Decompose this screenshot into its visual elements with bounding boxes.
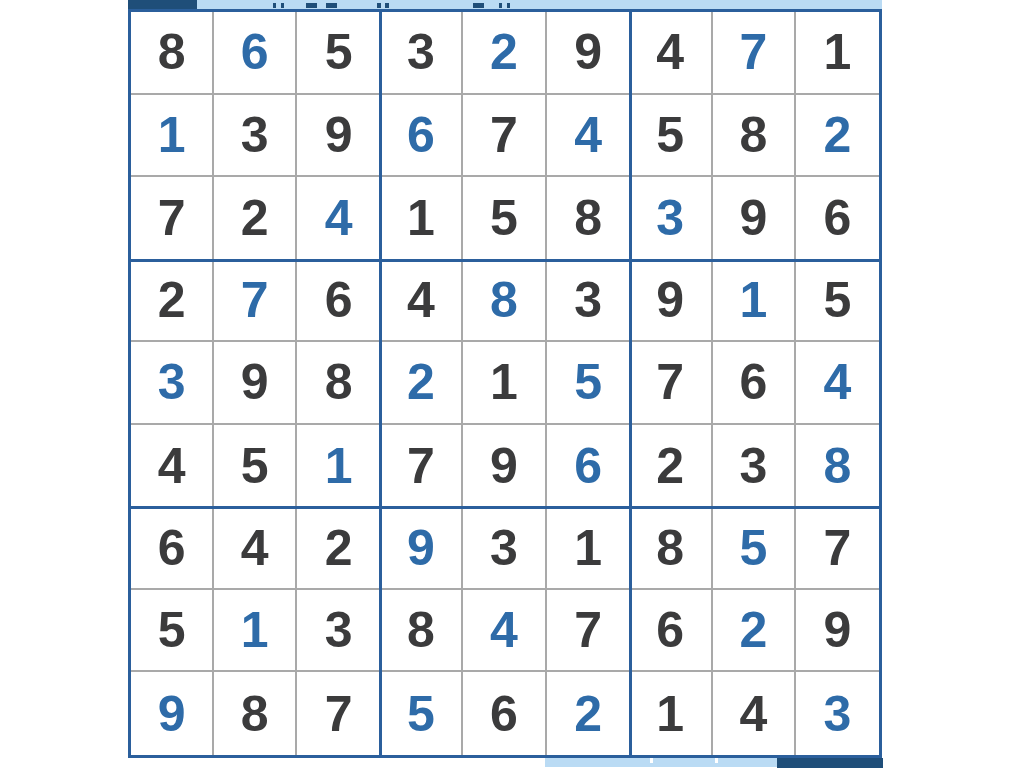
cell-r1c2[interactable]: 6: [214, 12, 297, 95]
cell-r3c1[interactable]: 7: [131, 177, 214, 260]
given-digit: 5: [490, 193, 518, 243]
bottom-strip-notch: [650, 758, 653, 763]
cell-r5c6[interactable]: 5: [547, 342, 630, 425]
given-digit: 9: [325, 110, 353, 160]
sudoku-board: 8653294711396745827241583962764839153982…: [128, 9, 882, 758]
given-digit: 5: [158, 605, 186, 655]
top-strip-fragment: [281, 3, 284, 8]
cropped-bottom-ui-strip: [545, 758, 883, 767]
cell-r4c8[interactable]: 1: [713, 260, 796, 343]
cell-r1c5[interactable]: 2: [463, 12, 546, 95]
given-digit: 1: [490, 357, 518, 407]
cell-r3c3[interactable]: 4: [297, 177, 380, 260]
cell-r9c1[interactable]: 9: [131, 672, 214, 755]
cell-r3c5[interactable]: 5: [463, 177, 546, 260]
given-digit: 1: [656, 689, 684, 739]
given-digit: 7: [325, 689, 353, 739]
solved-digit: 4: [824, 357, 852, 407]
cell-r1c9[interactable]: 1: [796, 12, 879, 95]
cell-r4c1[interactable]: 2: [131, 260, 214, 343]
given-digit: 7: [407, 441, 435, 491]
given-digit: 8: [241, 689, 269, 739]
solved-digit: 6: [407, 110, 435, 160]
cell-r5c3[interactable]: 8: [297, 342, 380, 425]
given-digit: 3: [407, 27, 435, 77]
cell-r4c5[interactable]: 8: [463, 260, 546, 343]
cell-r5c7[interactable]: 7: [630, 342, 713, 425]
cell-r6c7[interactable]: 2: [630, 425, 713, 508]
top-strip-fragment: [273, 3, 276, 8]
given-digit: 9: [490, 441, 518, 491]
cell-r8c5[interactable]: 4: [463, 590, 546, 673]
cell-r3c2[interactable]: 2: [214, 177, 297, 260]
solved-digit: 7: [241, 275, 269, 325]
given-digit: 8: [739, 110, 767, 160]
given-digit: 3: [574, 275, 602, 325]
cell-r4c7[interactable]: 9: [630, 260, 713, 343]
cell-r3c7[interactable]: 3: [630, 177, 713, 260]
given-digit: 5: [241, 441, 269, 491]
solved-digit: 4: [325, 193, 353, 243]
cell-r1c6[interactable]: 9: [547, 12, 630, 95]
cell-r1c1[interactable]: 8: [131, 12, 214, 95]
solved-digit: 9: [407, 523, 435, 573]
solved-digit: 1: [325, 441, 353, 491]
cell-r5c5[interactable]: 1: [463, 342, 546, 425]
cell-r9c3[interactable]: 7: [297, 672, 380, 755]
cell-r7c6[interactable]: 1: [547, 507, 630, 590]
cell-r2c9[interactable]: 2: [796, 95, 879, 178]
given-digit: 4: [241, 523, 269, 573]
top-strip-fragment: [385, 3, 389, 8]
given-digit: 1: [824, 27, 852, 77]
cell-r2c7[interactable]: 5: [630, 95, 713, 178]
cell-r7c3[interactable]: 2: [297, 507, 380, 590]
cell-r9c2[interactable]: 8: [214, 672, 297, 755]
cell-r9c6[interactable]: 2: [547, 672, 630, 755]
top-strip-dark-segment: [128, 0, 197, 9]
given-digit: 6: [490, 689, 518, 739]
cell-r9c5[interactable]: 6: [463, 672, 546, 755]
given-digit: 2: [325, 523, 353, 573]
cell-r2c8[interactable]: 8: [713, 95, 796, 178]
cell-r9c9[interactable]: 3: [796, 672, 879, 755]
cell-r4c2[interactable]: 7: [214, 260, 297, 343]
solved-digit: 3: [824, 689, 852, 739]
cell-r6c8[interactable]: 3: [713, 425, 796, 508]
bottom-strip-notch: [715, 758, 718, 763]
given-digit: 4: [407, 275, 435, 325]
given-digit: 8: [574, 193, 602, 243]
cell-r8c4[interactable]: 8: [380, 590, 463, 673]
solved-digit: 8: [490, 275, 518, 325]
given-digit: 6: [824, 193, 852, 243]
cell-r2c3[interactable]: 9: [297, 95, 380, 178]
given-digit: 6: [656, 605, 684, 655]
solved-digit: 4: [490, 605, 518, 655]
box-divider-vertical-2: [629, 12, 632, 755]
given-digit: 5: [325, 27, 353, 77]
cell-r6c4[interactable]: 7: [380, 425, 463, 508]
cell-r9c8[interactable]: 4: [713, 672, 796, 755]
cell-r4c6[interactable]: 3: [547, 260, 630, 343]
solved-digit: 7: [739, 27, 767, 77]
given-digit: 2: [241, 193, 269, 243]
solved-digit: 3: [656, 193, 684, 243]
given-digit: 2: [158, 275, 186, 325]
cell-r5c2[interactable]: 9: [214, 342, 297, 425]
cell-r8c9[interactable]: 9: [796, 590, 879, 673]
given-digit: 9: [656, 275, 684, 325]
cell-r4c3[interactable]: 6: [297, 260, 380, 343]
cell-r7c4[interactable]: 9: [380, 507, 463, 590]
solved-digit: 9: [158, 689, 186, 739]
solved-digit: 8: [824, 441, 852, 491]
cell-r1c8[interactable]: 7: [713, 12, 796, 95]
solved-digit: 2: [407, 357, 435, 407]
given-digit: 7: [490, 110, 518, 160]
solved-digit: 2: [739, 605, 767, 655]
cell-r8c8[interactable]: 2: [713, 590, 796, 673]
solved-digit: 6: [574, 441, 602, 491]
cell-r2c5[interactable]: 7: [463, 95, 546, 178]
given-digit: 3: [241, 110, 269, 160]
given-digit: 5: [824, 275, 852, 325]
cell-r8c3[interactable]: 3: [297, 590, 380, 673]
cell-r6c2[interactable]: 5: [214, 425, 297, 508]
given-digit: 2: [656, 441, 684, 491]
bottom-strip-dark-segment: [777, 758, 883, 768]
solved-digit: 5: [407, 689, 435, 739]
given-digit: 1: [574, 523, 602, 573]
solved-digit: 6: [241, 27, 269, 77]
cell-r6c1[interactable]: 4: [131, 425, 214, 508]
given-digit: 9: [824, 605, 852, 655]
cell-r5c9[interactable]: 4: [796, 342, 879, 425]
cell-r7c5[interactable]: 3: [463, 507, 546, 590]
solved-digit: 2: [574, 689, 602, 739]
given-digit: 4: [158, 441, 186, 491]
cell-r1c7[interactable]: 4: [630, 12, 713, 95]
cell-r2c4[interactable]: 6: [380, 95, 463, 178]
solved-digit: 1: [158, 110, 186, 160]
top-strip-fragment: [507, 3, 510, 8]
solved-digit: 3: [158, 357, 186, 407]
cell-r7c1[interactable]: 6: [131, 507, 214, 590]
cell-r2c6[interactable]: 4: [547, 95, 630, 178]
cropped-top-ui-strip: [128, 0, 882, 9]
cell-r9c4[interactable]: 5: [380, 672, 463, 755]
solved-digit: 1: [739, 275, 767, 325]
solved-digit: 2: [490, 27, 518, 77]
cell-r2c1[interactable]: 1: [131, 95, 214, 178]
cell-r5c4[interactable]: 2: [380, 342, 463, 425]
top-strip-fragment: [306, 3, 317, 8]
solved-digit: 5: [574, 357, 602, 407]
given-digit: 7: [824, 523, 852, 573]
cell-r6c6[interactable]: 6: [547, 425, 630, 508]
given-digit: 6: [325, 275, 353, 325]
given-digit: 9: [739, 193, 767, 243]
top-strip-fragment: [377, 3, 381, 8]
given-digit: 8: [656, 523, 684, 573]
given-digit: 3: [325, 605, 353, 655]
sudoku-cells: 8653294711396745827241583962764839153982…: [131, 12, 879, 755]
given-digit: 5: [656, 110, 684, 160]
cell-r3c6[interactable]: 8: [547, 177, 630, 260]
cell-r4c4[interactable]: 4: [380, 260, 463, 343]
cell-r6c5[interactable]: 9: [463, 425, 546, 508]
given-digit: 8: [325, 357, 353, 407]
box-divider-horizontal-1: [131, 259, 879, 262]
top-strip-fragment: [326, 3, 337, 8]
given-digit: 6: [158, 523, 186, 573]
cell-r1c4[interactable]: 3: [380, 12, 463, 95]
given-digit: 4: [739, 689, 767, 739]
cell-r2c2[interactable]: 3: [214, 95, 297, 178]
given-digit: 8: [407, 605, 435, 655]
cell-r7c8[interactable]: 5: [713, 507, 796, 590]
cell-r8c2[interactable]: 1: [214, 590, 297, 673]
box-divider-vertical-1: [379, 12, 382, 755]
given-digit: 7: [656, 357, 684, 407]
solved-digit: 4: [574, 110, 602, 160]
given-digit: 8: [158, 27, 186, 77]
cell-r8c7[interactable]: 6: [630, 590, 713, 673]
cell-r6c3[interactable]: 1: [297, 425, 380, 508]
page: 8653294711396745827241583962764839153982…: [0, 0, 1024, 768]
cell-r7c7[interactable]: 8: [630, 507, 713, 590]
given-digit: 9: [241, 357, 269, 407]
cell-r3c8[interactable]: 9: [713, 177, 796, 260]
cell-r3c4[interactable]: 1: [380, 177, 463, 260]
solved-digit: 1: [241, 605, 269, 655]
cell-r9c7[interactable]: 1: [630, 672, 713, 755]
cell-r5c1[interactable]: 3: [131, 342, 214, 425]
top-strip-fragment: [473, 3, 484, 8]
cell-r7c9[interactable]: 7: [796, 507, 879, 590]
cell-r5c8[interactable]: 6: [713, 342, 796, 425]
top-strip-fragment: [499, 3, 502, 8]
given-digit: 1: [407, 193, 435, 243]
solved-digit: 5: [739, 523, 767, 573]
cell-r8c6[interactable]: 7: [547, 590, 630, 673]
cell-r6c9[interactable]: 8: [796, 425, 879, 508]
cell-r3c9[interactable]: 6: [796, 177, 879, 260]
given-digit: 3: [739, 441, 767, 491]
cell-r8c1[interactable]: 5: [131, 590, 214, 673]
given-digit: 6: [739, 357, 767, 407]
cell-r1c3[interactable]: 5: [297, 12, 380, 95]
cell-r7c2[interactable]: 4: [214, 507, 297, 590]
box-divider-horizontal-2: [131, 506, 879, 509]
given-digit: 7: [158, 193, 186, 243]
given-digit: 4: [656, 27, 684, 77]
given-digit: 3: [490, 523, 518, 573]
given-digit: 7: [574, 605, 602, 655]
solved-digit: 2: [824, 110, 852, 160]
cell-r4c9[interactable]: 5: [796, 260, 879, 343]
given-digit: 9: [574, 27, 602, 77]
